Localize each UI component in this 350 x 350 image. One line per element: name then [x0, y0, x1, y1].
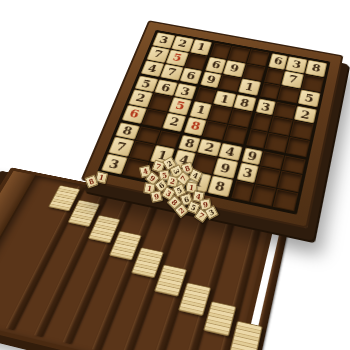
cell-r9c9[interactable] — [273, 189, 298, 211]
loose-tile-9[interactable]: 9 — [150, 190, 163, 203]
cell-r9c8[interactable] — [251, 185, 276, 207]
sudoku-grid: 3216387569747691556318322516288824971493… — [97, 30, 330, 215]
sudoku-game-photo: 3216387569747691556318322516288824971493… — [0, 0, 350, 350]
